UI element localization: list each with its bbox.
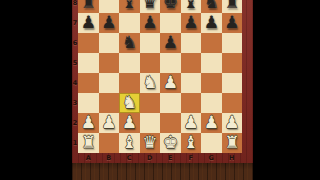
white-pawn[interactable]: ♟ — [204, 112, 219, 132]
square-h1[interactable]: ♜ — [222, 133, 243, 153]
square-a7[interactable]: ♟ — [78, 13, 99, 33]
square-h6[interactable] — [222, 33, 243, 53]
white-pawn[interactable]: ♟ — [183, 112, 198, 132]
square-e7[interactable] — [160, 13, 181, 33]
white-pawn[interactable]: ♟ — [163, 72, 178, 92]
white-queen[interactable]: ♛ — [142, 132, 157, 152]
file-label-f: F — [181, 154, 202, 162]
square-a3[interactable] — [78, 93, 99, 113]
square-f4[interactable] — [181, 73, 202, 93]
square-e2[interactable] — [160, 113, 181, 133]
rank-label-8: 8 — [72, 0, 78, 7]
file-label-g: G — [201, 154, 222, 162]
square-e1[interactable]: ♚ — [160, 133, 181, 153]
letterbox-right — [253, 0, 320, 180]
app-screenshot: ♜♝♛♚♝♞♜♟♟♟♟♟♟♞♟♞♟♞♟♟♟♟♟♟♜♝♛♚♝♜ 87654321 … — [0, 0, 320, 180]
square-d6[interactable] — [140, 33, 161, 53]
square-a5[interactable] — [78, 53, 99, 73]
white-rook[interactable]: ♜ — [224, 132, 239, 152]
rank-label-4: 4 — [72, 79, 78, 87]
square-h4[interactable] — [222, 73, 243, 93]
square-d7[interactable]: ♟ — [140, 13, 161, 33]
square-e8[interactable]: ♚ — [160, 0, 181, 13]
square-h5[interactable] — [222, 53, 243, 73]
white-bishop[interactable]: ♝ — [183, 132, 198, 152]
square-a4[interactable] — [78, 73, 99, 93]
square-e4[interactable]: ♟ — [160, 73, 181, 93]
black-king[interactable]: ♚ — [163, 0, 178, 12]
square-f1[interactable]: ♝ — [181, 133, 202, 153]
file-label-a: A — [78, 154, 99, 162]
black-knight[interactable]: ♞ — [122, 32, 137, 52]
square-d2[interactable] — [140, 113, 161, 133]
rank-label-6: 6 — [72, 39, 78, 47]
white-pawn[interactable]: ♟ — [101, 112, 116, 132]
square-b4[interactable] — [99, 73, 120, 93]
black-pawn[interactable]: ♟ — [204, 12, 219, 32]
file-label-e: E — [160, 154, 181, 162]
black-queen[interactable]: ♛ — [142, 0, 157, 12]
square-c4[interactable] — [119, 73, 140, 93]
white-knight[interactable]: ♞ — [142, 72, 157, 92]
black-pawn[interactable]: ♟ — [183, 12, 198, 32]
black-pawn[interactable]: ♟ — [142, 12, 157, 32]
square-g6[interactable] — [201, 33, 222, 53]
square-c2[interactable]: ♟ — [119, 113, 140, 133]
black-rook[interactable]: ♜ — [81, 0, 96, 12]
square-b1[interactable] — [99, 133, 120, 153]
square-h2[interactable]: ♟ — [222, 113, 243, 133]
rank-label-3: 3 — [72, 99, 78, 107]
square-d4[interactable]: ♞ — [140, 73, 161, 93]
white-pawn[interactable]: ♟ — [122, 112, 137, 132]
square-h3[interactable] — [222, 93, 243, 113]
square-f2[interactable]: ♟ — [181, 113, 202, 133]
square-g2[interactable]: ♟ — [201, 113, 222, 133]
square-a6[interactable] — [78, 33, 99, 53]
black-bishop[interactable]: ♝ — [183, 0, 198, 12]
square-d3[interactable] — [140, 93, 161, 113]
square-b2[interactable]: ♟ — [99, 113, 120, 133]
square-a1[interactable]: ♜ — [78, 133, 99, 153]
square-g7[interactable]: ♟ — [201, 13, 222, 33]
square-g1[interactable] — [201, 133, 222, 153]
square-c1[interactable]: ♝ — [119, 133, 140, 153]
black-rook[interactable]: ♜ — [224, 0, 239, 12]
white-king[interactable]: ♚ — [163, 132, 178, 152]
white-bishop[interactable]: ♝ — [122, 132, 137, 152]
square-g4[interactable] — [201, 73, 222, 93]
square-c8[interactable]: ♝ — [119, 0, 140, 13]
black-knight[interactable]: ♞ — [204, 0, 219, 12]
square-c7[interactable] — [119, 13, 140, 33]
square-a2[interactable]: ♟ — [78, 113, 99, 133]
file-label-c: C — [119, 154, 140, 162]
black-pawn[interactable]: ♟ — [224, 12, 239, 32]
rank-label-1: 1 — [72, 139, 78, 147]
file-labels: ABCDEFGH — [78, 154, 242, 162]
black-bishop[interactable]: ♝ — [122, 0, 137, 12]
file-label-b: B — [99, 154, 120, 162]
square-h7[interactable]: ♟ — [222, 13, 243, 33]
square-g5[interactable] — [201, 53, 222, 73]
rank-label-5: 5 — [72, 59, 78, 67]
square-b3[interactable] — [99, 93, 120, 113]
black-pawn[interactable]: ♟ — [81, 12, 96, 32]
white-knight[interactable]: ♞ — [122, 92, 137, 112]
square-f5[interactable] — [181, 53, 202, 73]
letterbox-left — [0, 0, 72, 180]
black-pawn[interactable]: ♟ — [163, 32, 178, 52]
square-f7[interactable]: ♟ — [181, 13, 202, 33]
square-e5[interactable] — [160, 53, 181, 73]
bottom-wood-strip — [72, 163, 253, 180]
rank-label-7: 7 — [72, 19, 78, 27]
square-g3[interactable] — [201, 93, 222, 113]
square-b6[interactable] — [99, 33, 120, 53]
white-pawn[interactable]: ♟ — [224, 112, 239, 132]
square-b7[interactable]: ♟ — [99, 13, 120, 33]
square-c5[interactable] — [119, 53, 140, 73]
rank-label-2: 2 — [72, 119, 78, 127]
square-c3[interactable]: ♞ — [119, 93, 140, 113]
chess-board[interactable]: ♜♝♛♚♝♞♜♟♟♟♟♟♟♞♟♞♟♞♟♟♟♟♟♟♜♝♛♚♝♜ — [78, 0, 242, 153]
file-label-d: D — [140, 154, 161, 162]
file-label-h: H — [222, 154, 243, 162]
square-f3[interactable] — [181, 93, 202, 113]
square-e3[interactable] — [160, 93, 181, 113]
white-rook[interactable]: ♜ — [81, 132, 96, 152]
square-f6[interactable] — [181, 33, 202, 53]
square-e6[interactable]: ♟ — [160, 33, 181, 53]
square-d1[interactable]: ♛ — [140, 133, 161, 153]
square-d5[interactable] — [140, 53, 161, 73]
white-pawn[interactable]: ♟ — [81, 112, 96, 132]
black-pawn[interactable]: ♟ — [101, 12, 116, 32]
square-c6[interactable]: ♞ — [119, 33, 140, 53]
square-b5[interactable] — [99, 53, 120, 73]
